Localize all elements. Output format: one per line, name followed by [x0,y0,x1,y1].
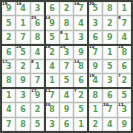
cell-r4c5[interactable]: 253 [60,45,73,58]
cage-sum-label: 8 [118,16,121,20]
cell-digit: 9 [49,20,55,28]
cage-sum-label: 12 [118,103,124,107]
sudoku-grid: 1991643621672058151256149843287278581369… [2,2,131,131]
cell-r2c4[interactable]: 149 [45,16,58,29]
cell-r4c4[interactable]: 162 [45,45,58,58]
cage-sum-label: 7 [118,74,121,78]
cell-digit: 8 [35,34,41,42]
cell-digit: 5 [93,5,99,13]
cell-digit: 6 [121,63,127,71]
cell-digit: 2 [49,49,55,57]
cell-digit: 8 [107,5,113,13]
cage-sum-label: 20 [89,2,95,6]
cell-r3c9[interactable]: 4 [118,31,131,44]
cell-digit: 9 [107,34,113,42]
cell-digit: 1 [20,20,26,28]
killer-sudoku-board: 1991643621672058151256149843287278581369… [0,0,133,133]
cell-r8c6[interactable]: 5 [74,103,87,116]
cell-digit: 2 [20,63,26,71]
cell-r9c7[interactable]: 2 [89,118,102,131]
cell-r6c1[interactable]: 8 [2,74,15,87]
cell-digit: 2 [6,34,12,42]
cell-digit: 8 [64,20,70,28]
cell-r1c4[interactable]: 6 [45,2,58,15]
cell-r3c1[interactable]: 2 [2,31,15,44]
cell-digit: 7 [20,34,26,42]
cell-r6c9[interactable]: 72 [118,74,131,87]
cell-digit: 2 [93,121,99,129]
cell-r5c4[interactable]: 4 [45,60,58,73]
cell-r2c5[interactable]: 8 [60,16,73,29]
cell-r1c9[interactable]: 1 [118,2,131,15]
cell-digit: 8 [49,106,55,114]
cell-digit: 1 [93,106,99,114]
cell-digit: 2 [107,20,113,28]
cell-r2c3[interactable]: 256 [31,16,44,29]
cage-sum-label: 8 [31,60,34,64]
cell-digit: 7 [121,20,127,28]
cell-r6c2[interactable]: 9 [16,74,29,87]
cell-r2c2[interactable]: 1 [16,16,29,29]
cell-r7c2[interactable]: 3 [16,89,29,102]
cell-digit: 1 [107,49,113,57]
cell-r5c7[interactable]: 9 [89,60,102,73]
cell-digit: 7 [107,106,113,114]
cell-digit: 6 [78,77,84,85]
cell-r1c8[interactable]: 8 [103,2,116,15]
cell-r7c4[interactable]: 117 [45,89,58,102]
cell-digit: 8 [6,77,12,85]
cell-r5c6[interactable]: 148 [74,60,87,73]
cell-digit: 2 [121,77,127,85]
cell-r7c7[interactable]: 8 [89,89,102,102]
cell-r9c5[interactable]: 6 [60,118,73,131]
cell-digit: 5 [20,49,26,57]
cell-digit: 6 [93,34,99,42]
cell-r4c3[interactable]: 4 [31,45,44,58]
cage-sum-label: 19 [89,74,95,78]
cell-digit: 8 [20,121,26,129]
cell-r2c7[interactable]: 3 [89,16,102,29]
cell-digit: 1 [6,92,12,100]
cell-r4c2[interactable]: 245 [16,45,29,58]
cage-sum-label: 14 [45,16,51,20]
cell-r6c4[interactable]: 1 [45,74,58,87]
cell-digit: 3 [78,34,84,42]
cell-digit: 3 [107,77,113,85]
cell-digit: 1 [78,121,84,129]
cell-r9c8[interactable]: 4 [103,118,116,131]
cell-r3c8[interactable]: 9 [103,31,116,44]
cage-sum-label: 7 [74,89,77,93]
cage-sum-label: 24 [16,45,22,49]
cell-r3c3[interactable]: 8 [31,31,44,44]
cell-r6c3[interactable]: 7 [31,74,44,87]
cell-r7c8[interactable]: 6 [103,89,116,102]
cell-r2c9[interactable]: 87 [118,16,131,29]
cell-digit: 4 [107,121,113,129]
cell-r3c2[interactable]: 7 [16,31,29,44]
cell-r5c8[interactable]: 5 [103,60,116,73]
cage-sum-label: 19 [2,2,8,6]
cell-digit: 9 [64,106,70,114]
cell-r6c5[interactable]: 5 [60,74,73,87]
cell-r2c8[interactable]: 2 [103,16,116,29]
cell-r9c2[interactable]: 8 [16,118,29,131]
cell-r1c5[interactable]: 2 [60,2,73,15]
cell-digit: 1 [35,63,41,71]
cell-r1c6[interactable]: 167 [74,2,87,15]
cell-r7c6[interactable]: 72 [74,89,87,102]
cell-digit: 6 [49,5,55,13]
cell-r9c9[interactable]: 9 [118,118,131,131]
cell-digit: 7 [78,5,84,13]
cell-digit: 5 [35,121,41,129]
cell-digit: 1 [121,5,127,13]
cell-digit: 5 [49,34,55,42]
cell-digit: 6 [64,121,70,129]
cell-r9c3[interactable]: 5 [31,118,44,131]
cell-r9c1[interactable]: 7 [2,118,15,131]
cell-digit: 6 [107,92,113,100]
cell-digit: 1 [64,34,70,42]
cell-r7c5[interactable]: 4 [60,89,73,102]
cell-digit: 9 [6,5,12,13]
cell-r1c1[interactable]: 199 [2,2,15,15]
cage-sum-label: 14 [118,45,124,49]
cell-r7c3[interactable]: 179 [31,89,44,102]
cell-r8c4[interactable]: 208 [45,103,58,116]
cell-digit: 7 [6,121,12,129]
cell-digit: 3 [6,63,12,71]
cell-digit: 3 [20,92,26,100]
cell-r5c3[interactable]: 81 [31,60,44,73]
cell-r5c2[interactable]: 2 [16,60,29,73]
cell-r2c6[interactable]: 4 [74,16,87,29]
cell-r2c1[interactable]: 5 [2,16,15,29]
cell-r4c7[interactable]: 107 [89,45,102,58]
cell-digit: 5 [64,77,70,85]
cell-r3c5[interactable]: 81 [60,31,73,44]
cell-r9c4[interactable]: 3 [45,118,58,131]
cell-digit: 9 [78,49,84,57]
cell-digit: 6 [6,49,12,57]
cage-sum-label: 8 [60,31,63,35]
cell-digit: 9 [35,92,41,100]
cell-digit: 8 [78,63,84,71]
cell-digit: 7 [35,77,41,85]
cell-digit: 6 [20,106,26,114]
cell-r5c5[interactable]: 7 [60,60,73,73]
cell-digit: 4 [35,49,41,57]
cell-r5c1[interactable]: 173 [2,60,15,73]
cell-r4c6[interactable]: 9 [74,45,87,58]
cell-r3c4[interactable]: 5 [45,31,58,44]
cage-sum-label: 16 [74,2,80,6]
cell-digit: 2 [64,5,70,13]
cell-digit: 9 [20,77,26,85]
cell-r8c3[interactable]: 2 [31,103,44,116]
cell-r1c7[interactable]: 205 [89,2,102,15]
cell-r4c1[interactable]: 6 [2,45,15,58]
cage-sum-label: 14 [74,60,80,64]
cage-sum-label: 11 [45,89,51,93]
cell-digit: 3 [93,20,99,28]
cell-digit: 4 [64,92,70,100]
cell-digit: 4 [6,106,12,114]
cell-r3c6[interactable]: 3 [74,31,87,44]
cell-digit: 3 [64,49,70,57]
cage-sum-label: 17 [2,60,8,64]
cell-digit: 2 [78,92,84,100]
cell-digit: 3 [121,106,127,114]
cell-r3c7[interactable]: 6 [89,31,102,44]
cell-r4c9[interactable]: 148 [118,45,131,58]
cell-digit: 2 [35,106,41,114]
cell-digit: 5 [107,63,113,71]
cell-digit: 1 [49,77,55,85]
cage-sum-label: 10 [89,45,95,49]
cell-digit: 9 [93,63,99,71]
cell-r8c8[interactable]: 207 [103,103,116,116]
cell-r6c8[interactable]: 3 [103,74,116,87]
cell-r8c5[interactable]: 9 [60,103,73,116]
cell-r1c3[interactable]: 3 [31,2,44,15]
cell-digit: 8 [121,49,127,57]
cage-sum-label: 25 [60,45,66,49]
cell-r9c6[interactable]: 1 [74,118,87,131]
cell-r5c9[interactable]: 6 [118,60,131,73]
cell-digit: 4 [49,63,55,71]
cell-r8c7[interactable]: 1 [89,103,102,116]
cell-digit: 5 [6,20,12,28]
cell-r6c7[interactable]: 194 [89,74,102,87]
cell-digit: 5 [121,92,127,100]
cell-digit: 4 [93,77,99,85]
cage-sum-label: 25 [31,16,37,20]
cell-digit: 4 [121,34,127,42]
cell-digit: 7 [49,92,55,100]
cell-digit: 7 [93,49,99,57]
cell-digit: 4 [78,20,84,28]
cell-digit: 9 [121,121,127,129]
cell-digit: 3 [35,5,41,13]
cell-digit: 4 [20,5,26,13]
cell-r8c2[interactable]: 6 [16,103,29,116]
cage-sum-label: 16 [16,2,22,6]
cell-r7c1[interactable]: 1 [2,89,15,102]
cell-r8c1[interactable]: 4 [2,103,15,116]
cell-r8c9[interactable]: 123 [118,103,131,116]
cell-r6c6[interactable]: 6 [74,74,87,87]
cell-r1c2[interactable]: 164 [16,2,29,15]
cell-digit: 6 [35,20,41,28]
cell-digit: 5 [78,106,84,114]
cell-r7c9[interactable]: 5 [118,89,131,102]
cage-sum-label: 17 [31,89,37,93]
cell-digit: 3 [49,121,55,129]
cell-digit: 8 [93,92,99,100]
cage-sum-label: 20 [103,103,109,107]
cage-sum-label: 16 [45,45,51,49]
cell-digit: 7 [64,63,70,71]
cell-r4c8[interactable]: 1 [103,45,116,58]
cage-sum-label: 20 [45,103,51,107]
